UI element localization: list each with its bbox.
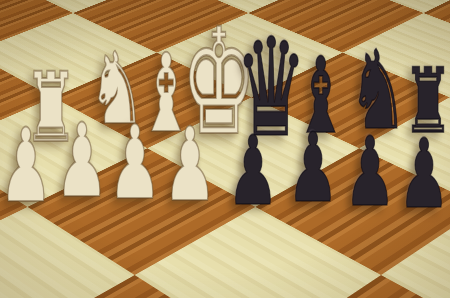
piece-white-pawn[interactable]: ♟ xyxy=(108,111,162,213)
chessboard-photo: ♜♞♝♚♛♝♞♜♟♟♟♟♟♟♟♟ xyxy=(0,0,450,298)
piece-white-pawn[interactable]: ♟ xyxy=(0,114,53,216)
piece-black-pawn[interactable]: ♟ xyxy=(287,120,339,216)
piece-black-pawn[interactable]: ♟ xyxy=(398,126,450,222)
piece-white-pawn[interactable]: ♟ xyxy=(55,109,109,211)
piece-white-pawn[interactable]: ♟ xyxy=(163,113,217,215)
piece-black-pawn[interactable]: ♟ xyxy=(227,123,279,219)
pieces-layer: ♜♞♝♚♛♝♞♜♟♟♟♟♟♟♟♟ xyxy=(0,0,450,298)
piece-black-pawn[interactable]: ♟ xyxy=(344,124,396,220)
